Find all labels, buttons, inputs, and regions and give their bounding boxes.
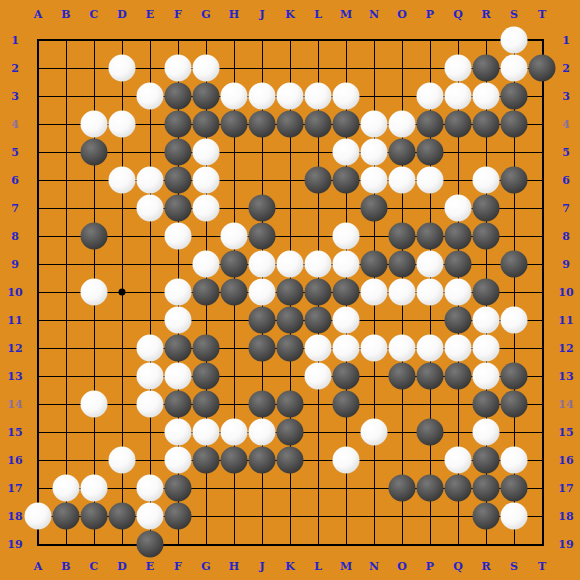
- white-stone: [249, 83, 276, 110]
- white-stone: [417, 251, 444, 278]
- black-stone: [249, 335, 276, 362]
- col-label-bottom: J: [259, 561, 264, 572]
- white-stone: [193, 55, 220, 82]
- white-stone: [305, 363, 332, 390]
- row-label-right: 18: [558, 511, 573, 522]
- white-stone: [137, 391, 164, 418]
- col-label-top: K: [285, 9, 295, 20]
- white-stone: [333, 335, 360, 362]
- row-label-right: 4: [562, 119, 570, 130]
- col-label-bottom: M: [340, 561, 352, 572]
- white-stone: [109, 447, 136, 474]
- row-label-right: 1: [562, 35, 570, 46]
- white-stone: [361, 279, 388, 306]
- black-stone: [501, 391, 528, 418]
- black-stone: [81, 503, 108, 530]
- row-label-right: 8: [562, 231, 570, 242]
- white-stone: [417, 167, 444, 194]
- col-label-top: H: [229, 9, 239, 20]
- black-stone: [333, 391, 360, 418]
- col-label-bottom: O: [397, 561, 407, 572]
- black-stone: [221, 251, 248, 278]
- black-stone: [305, 167, 332, 194]
- white-stone: [305, 335, 332, 362]
- black-stone: [473, 447, 500, 474]
- black-stone: [473, 195, 500, 222]
- black-stone: [193, 335, 220, 362]
- black-stone: [445, 223, 472, 250]
- white-stone: [165, 419, 192, 446]
- col-label-top: G: [201, 9, 210, 20]
- black-stone: [249, 111, 276, 138]
- col-label-bottom: B: [61, 561, 70, 572]
- white-stone: [165, 279, 192, 306]
- black-stone: [277, 391, 304, 418]
- black-stone: [53, 503, 80, 530]
- white-stone: [221, 223, 248, 250]
- black-stone: [249, 307, 276, 334]
- white-stone: [473, 167, 500, 194]
- white-stone: [53, 475, 80, 502]
- col-label-top: Q: [453, 9, 463, 20]
- black-stone: [389, 251, 416, 278]
- white-stone: [277, 251, 304, 278]
- white-stone: [165, 447, 192, 474]
- black-stone: [165, 475, 192, 502]
- black-stone: [165, 83, 192, 110]
- white-stone: [417, 279, 444, 306]
- white-stone: [417, 83, 444, 110]
- row-label-right: 7: [562, 203, 570, 214]
- row-label-left: 1: [11, 35, 19, 46]
- row-label-right: 12: [558, 343, 573, 354]
- black-stone: [305, 307, 332, 334]
- col-label-top: S: [510, 9, 518, 20]
- white-stone: [137, 363, 164, 390]
- black-stone: [193, 111, 220, 138]
- black-stone: [165, 167, 192, 194]
- white-stone: [333, 223, 360, 250]
- black-stone: [165, 335, 192, 362]
- col-label-top: F: [174, 9, 182, 20]
- row-label-left: 19: [7, 539, 22, 550]
- white-stone: [165, 55, 192, 82]
- col-label-bottom: P: [426, 561, 434, 572]
- black-stone: [81, 139, 108, 166]
- row-label-left: 7: [11, 203, 19, 214]
- black-stone: [417, 139, 444, 166]
- go-board-screen: AABBCCDDEEFFGGHHJJKKLLMMNNOOPPQQRRSSTT11…: [0, 0, 580, 580]
- white-stone: [193, 139, 220, 166]
- black-stone: [193, 83, 220, 110]
- row-label-right: 11: [558, 315, 573, 326]
- col-label-bottom: L: [314, 561, 322, 572]
- black-stone: [417, 363, 444, 390]
- col-label-top: N: [369, 9, 379, 20]
- white-stone: [249, 419, 276, 446]
- white-stone: [445, 55, 472, 82]
- black-stone: [333, 279, 360, 306]
- row-label-left: 13: [7, 371, 22, 382]
- black-stone: [473, 391, 500, 418]
- white-stone: [389, 279, 416, 306]
- col-label-top: C: [90, 9, 99, 20]
- white-stone: [137, 195, 164, 222]
- black-stone: [445, 251, 472, 278]
- col-label-top: A: [34, 9, 43, 20]
- row-label-right: 3: [562, 91, 570, 102]
- black-stone: [361, 251, 388, 278]
- row-label-left: 9: [11, 259, 19, 270]
- white-stone: [333, 139, 360, 166]
- white-stone: [137, 83, 164, 110]
- white-stone: [417, 335, 444, 362]
- white-stone: [445, 335, 472, 362]
- row-label-right: 5: [562, 147, 570, 158]
- white-stone: [137, 475, 164, 502]
- black-stone: [333, 363, 360, 390]
- white-stone: [333, 447, 360, 474]
- white-stone: [25, 503, 52, 530]
- black-stone: [249, 447, 276, 474]
- black-stone: [333, 167, 360, 194]
- black-stone: [361, 195, 388, 222]
- col-label-top: M: [340, 9, 352, 20]
- white-stone: [81, 279, 108, 306]
- row-label-left: 12: [7, 343, 22, 354]
- white-stone: [193, 167, 220, 194]
- black-stone: [193, 363, 220, 390]
- white-stone: [81, 111, 108, 138]
- white-stone: [193, 251, 220, 278]
- black-stone: [277, 419, 304, 446]
- black-stone: [501, 475, 528, 502]
- white-stone: [305, 83, 332, 110]
- white-stone: [473, 419, 500, 446]
- row-label-right: 2: [562, 63, 570, 74]
- row-label-left: 16: [7, 455, 22, 466]
- black-stone: [221, 111, 248, 138]
- star-point: [119, 289, 126, 296]
- row-label-right: 19: [558, 539, 573, 550]
- white-stone: [473, 335, 500, 362]
- row-label-right: 6: [562, 175, 570, 186]
- row-label-left: 5: [11, 147, 19, 158]
- white-stone: [361, 111, 388, 138]
- black-stone: [417, 419, 444, 446]
- black-stone: [305, 111, 332, 138]
- col-label-bottom: G: [201, 561, 210, 572]
- row-label-left: 2: [11, 63, 19, 74]
- white-stone: [501, 27, 528, 54]
- white-stone: [501, 447, 528, 474]
- white-stone: [249, 279, 276, 306]
- white-stone: [333, 307, 360, 334]
- black-stone: [193, 279, 220, 306]
- white-stone: [81, 475, 108, 502]
- black-stone: [109, 503, 136, 530]
- white-stone: [501, 307, 528, 334]
- white-stone: [193, 195, 220, 222]
- black-stone: [473, 223, 500, 250]
- black-stone: [529, 55, 556, 82]
- row-label-left: 3: [11, 91, 19, 102]
- row-label-left: 17: [7, 483, 22, 494]
- black-stone: [305, 279, 332, 306]
- white-stone: [389, 167, 416, 194]
- row-label-left: 14: [7, 399, 22, 410]
- col-label-top: D: [117, 9, 127, 20]
- col-label-bottom: K: [285, 561, 295, 572]
- black-stone: [501, 83, 528, 110]
- col-label-top: E: [146, 9, 154, 20]
- col-label-bottom: R: [481, 561, 490, 572]
- col-label-top: P: [426, 9, 434, 20]
- black-stone: [277, 279, 304, 306]
- col-label-bottom: D: [117, 561, 127, 572]
- black-stone: [81, 223, 108, 250]
- white-stone: [81, 391, 108, 418]
- white-stone: [501, 55, 528, 82]
- black-stone: [221, 279, 248, 306]
- col-label-bottom: F: [174, 561, 182, 572]
- white-stone: [277, 83, 304, 110]
- row-label-left: 4: [11, 119, 19, 130]
- black-stone: [417, 223, 444, 250]
- white-stone: [137, 335, 164, 362]
- white-stone: [473, 363, 500, 390]
- white-stone: [109, 55, 136, 82]
- white-stone: [249, 251, 276, 278]
- col-label-bottom: S: [510, 561, 518, 572]
- white-stone: [333, 83, 360, 110]
- black-stone: [473, 111, 500, 138]
- black-stone: [249, 391, 276, 418]
- row-label-left: 10: [7, 287, 22, 298]
- col-label-top: L: [314, 9, 322, 20]
- black-stone: [417, 111, 444, 138]
- col-label-bottom: E: [146, 561, 154, 572]
- black-stone: [193, 447, 220, 474]
- row-label-right: 9: [562, 259, 570, 270]
- black-stone: [277, 447, 304, 474]
- col-label-bottom: T: [538, 561, 546, 572]
- black-stone: [165, 111, 192, 138]
- white-stone: [137, 503, 164, 530]
- black-stone: [165, 195, 192, 222]
- white-stone: [389, 335, 416, 362]
- row-label-left: 18: [7, 511, 22, 522]
- white-stone: [361, 335, 388, 362]
- black-stone: [501, 167, 528, 194]
- black-stone: [277, 307, 304, 334]
- black-stone: [501, 251, 528, 278]
- col-label-top: B: [61, 9, 70, 20]
- col-label-bottom: H: [229, 561, 239, 572]
- black-stone: [249, 195, 276, 222]
- white-stone: [361, 167, 388, 194]
- black-stone: [389, 139, 416, 166]
- row-label-right: 17: [558, 483, 573, 494]
- white-stone: [221, 419, 248, 446]
- black-stone: [473, 475, 500, 502]
- white-stone: [445, 195, 472, 222]
- black-stone: [445, 111, 472, 138]
- white-stone: [165, 223, 192, 250]
- col-label-bottom: A: [34, 561, 43, 572]
- white-stone: [445, 447, 472, 474]
- black-stone: [193, 391, 220, 418]
- row-label-right: 16: [558, 455, 573, 466]
- black-stone: [165, 391, 192, 418]
- black-stone: [277, 111, 304, 138]
- black-stone: [389, 223, 416, 250]
- col-label-bottom: C: [90, 561, 99, 572]
- white-stone: [333, 251, 360, 278]
- row-label-right: 14: [558, 399, 573, 410]
- white-stone: [305, 251, 332, 278]
- black-stone: [501, 363, 528, 390]
- col-label-bottom: N: [369, 561, 379, 572]
- col-label-top: T: [538, 9, 546, 20]
- black-stone: [473, 55, 500, 82]
- white-stone: [137, 167, 164, 194]
- white-stone: [109, 111, 136, 138]
- black-stone: [445, 475, 472, 502]
- white-stone: [445, 83, 472, 110]
- black-stone: [137, 531, 164, 558]
- white-stone: [165, 307, 192, 334]
- white-stone: [109, 167, 136, 194]
- white-stone: [193, 419, 220, 446]
- row-label-left: 6: [11, 175, 19, 186]
- black-stone: [473, 279, 500, 306]
- col-label-top: R: [481, 9, 490, 20]
- black-stone: [445, 307, 472, 334]
- white-stone: [473, 83, 500, 110]
- black-stone: [389, 363, 416, 390]
- black-stone: [165, 503, 192, 530]
- row-label-right: 15: [558, 427, 573, 438]
- white-stone: [361, 139, 388, 166]
- row-label-left: 11: [7, 315, 22, 326]
- black-stone: [333, 111, 360, 138]
- white-stone: [389, 111, 416, 138]
- white-stone: [165, 363, 192, 390]
- black-stone: [277, 335, 304, 362]
- black-stone: [501, 111, 528, 138]
- row-label-right: 13: [558, 371, 573, 382]
- white-stone: [445, 279, 472, 306]
- white-stone: [501, 503, 528, 530]
- white-stone: [473, 307, 500, 334]
- black-stone: [445, 363, 472, 390]
- col-label-top: J: [259, 9, 264, 20]
- black-stone: [249, 223, 276, 250]
- white-stone: [361, 419, 388, 446]
- row-label-right: 10: [558, 287, 573, 298]
- col-label-bottom: Q: [453, 561, 463, 572]
- black-stone: [165, 139, 192, 166]
- black-stone: [417, 475, 444, 502]
- col-label-top: O: [397, 9, 407, 20]
- white-stone: [221, 83, 248, 110]
- row-label-left: 8: [11, 231, 19, 242]
- row-label-left: 15: [7, 427, 22, 438]
- black-stone: [389, 475, 416, 502]
- black-stone: [221, 447, 248, 474]
- black-stone: [473, 503, 500, 530]
